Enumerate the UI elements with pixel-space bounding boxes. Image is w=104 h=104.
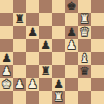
white-rook[interactable]: ♜ [79,13,89,26]
square-d6[interactable] [39,26,52,39]
square-e4[interactable] [52,52,65,65]
square-d1[interactable] [39,91,52,104]
square-b7[interactable]: ♜ [13,13,26,26]
square-e1[interactable]: ♜ [52,91,65,104]
square-a3[interactable]: ♟ [0,65,13,78]
black-rook[interactable]: ♜ [40,65,50,78]
square-b5[interactable] [13,39,26,52]
square-f6[interactable]: ♟ [65,26,78,39]
square-a4[interactable]: ♟ [0,52,13,65]
square-c7[interactable] [26,13,39,26]
square-h2[interactable] [91,78,104,91]
square-b1[interactable] [13,91,26,104]
square-g6[interactable]: ♛ [78,26,91,39]
square-h7[interactable] [91,13,104,26]
square-d7[interactable] [39,13,52,26]
square-c5[interactable] [26,39,39,52]
square-d5[interactable]: ♟ [39,39,52,52]
square-g2[interactable] [78,78,91,91]
square-g3[interactable]: ♛ [78,65,91,78]
black-pawn[interactable]: ♟ [27,26,37,39]
square-b8[interactable] [13,0,26,13]
square-a2[interactable]: ♚ [0,78,13,91]
square-e7[interactable] [52,13,65,26]
white-pawn[interactable]: ♟ [27,78,37,91]
chess-board: ♚♜♜♟♟♛♟♟♟♝♟♜♛♚♟♟♟♜ [0,0,104,104]
square-b4[interactable] [13,52,26,65]
square-a1[interactable] [0,91,13,104]
square-c2[interactable]: ♟ [26,78,39,91]
square-h5[interactable] [91,39,104,52]
square-f7[interactable] [65,13,78,26]
square-c1[interactable] [26,91,39,104]
square-a5[interactable] [0,39,13,52]
square-f5[interactable]: ♟ [65,39,78,52]
black-pawn[interactable]: ♟ [66,26,76,39]
square-f4[interactable] [65,52,78,65]
square-h4[interactable] [91,52,104,65]
black-queen[interactable]: ♛ [79,65,89,78]
square-f8[interactable]: ♚ [65,0,78,13]
square-d3[interactable]: ♜ [39,65,52,78]
white-king[interactable]: ♚ [1,78,11,91]
black-pawn[interactable]: ♟ [40,39,50,52]
square-e2[interactable]: ♟ [52,78,65,91]
square-e8[interactable] [52,0,65,13]
white-pawn[interactable]: ♟ [14,78,24,91]
white-pawn[interactable]: ♟ [66,39,76,52]
square-h6[interactable] [91,26,104,39]
square-e5[interactable] [52,39,65,52]
black-king[interactable]: ♚ [66,0,76,13]
white-bishop[interactable]: ♝ [79,52,89,65]
white-pawn[interactable]: ♟ [1,65,11,78]
square-a8[interactable] [0,0,13,13]
white-rook[interactable]: ♜ [53,91,63,104]
square-a7[interactable] [0,13,13,26]
square-c4[interactable] [26,52,39,65]
square-b6[interactable] [13,26,26,39]
square-a6[interactable] [0,26,13,39]
square-f1[interactable] [65,91,78,104]
square-f3[interactable] [65,65,78,78]
square-d2[interactable] [39,78,52,91]
square-d8[interactable] [39,0,52,13]
square-c6[interactable]: ♟ [26,26,39,39]
white-queen[interactable]: ♛ [79,26,89,39]
square-h3[interactable] [91,65,104,78]
square-c3[interactable] [26,65,39,78]
black-pawn[interactable]: ♟ [53,78,63,91]
square-g7[interactable]: ♜ [78,13,91,26]
square-g5[interactable] [78,39,91,52]
square-e6[interactable] [52,26,65,39]
square-h1[interactable] [91,91,104,104]
square-c8[interactable] [26,0,39,13]
square-g1[interactable] [78,91,91,104]
square-b2[interactable]: ♟ [13,78,26,91]
black-rook[interactable]: ♜ [14,13,24,26]
square-d4[interactable] [39,52,52,65]
square-e3[interactable] [52,65,65,78]
square-h8[interactable] [91,0,104,13]
black-pawn[interactable]: ♟ [1,52,11,65]
square-b3[interactable] [13,65,26,78]
square-f2[interactable] [65,78,78,91]
square-g8[interactable] [78,0,91,13]
square-g4[interactable]: ♝ [78,52,91,65]
